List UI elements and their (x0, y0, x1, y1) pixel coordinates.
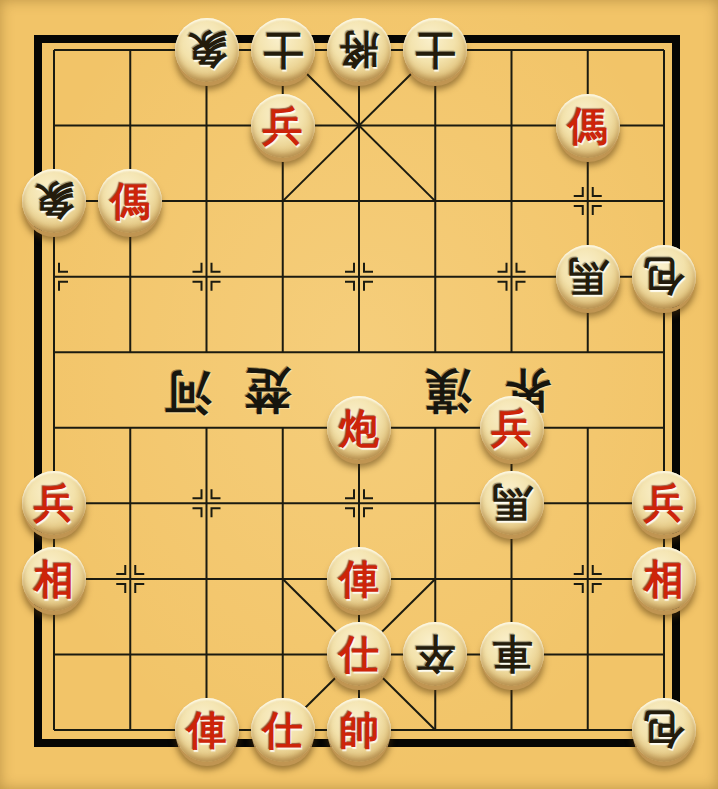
red-advisor-glyph: 仕 (263, 698, 303, 762)
river-label: 楚 (245, 360, 292, 423)
red-soldier-glyph: 兵 (34, 471, 74, 535)
black-advisor[interactable]: 士 (251, 18, 315, 82)
red-chariot-glyph: 俥 (339, 547, 379, 611)
red-soldier[interactable]: 兵 (22, 471, 86, 535)
black-elephant[interactable]: 象 (22, 169, 86, 233)
black-cannon-glyph: 包 (644, 245, 684, 309)
red-cannon[interactable]: 炮 (327, 396, 391, 460)
red-horse-glyph: 傌 (110, 169, 150, 233)
black-horse[interactable]: 馬 (556, 245, 620, 309)
red-general-glyph: 帥 (339, 698, 379, 762)
black-cannon[interactable]: 包 (632, 698, 696, 762)
red-soldier-glyph: 兵 (492, 396, 532, 460)
black-advisor[interactable]: 士 (403, 18, 467, 82)
red-elephant-glyph: 相 (34, 547, 74, 611)
red-soldier[interactable]: 兵 (251, 94, 315, 158)
red-horse-glyph: 傌 (568, 94, 608, 158)
black-elephant[interactable]: 象 (175, 18, 239, 82)
black-advisor-glyph: 士 (263, 18, 303, 82)
red-soldier-glyph: 兵 (263, 94, 303, 158)
black-advisor-glyph: 士 (415, 18, 455, 82)
red-advisor[interactable]: 仕 (251, 698, 315, 762)
red-chariot-glyph: 俥 (187, 698, 227, 762)
red-advisor-glyph: 仕 (339, 622, 379, 686)
xiangqi-board[interactable]: 河楚漢界 象士將士兵傌象傌馬包炮兵兵馬兵相俥相仕卒車俥仕帥包 (0, 0, 718, 789)
red-soldier-glyph: 兵 (644, 471, 684, 535)
red-horse[interactable]: 傌 (556, 94, 620, 158)
black-horse-glyph: 馬 (568, 245, 608, 309)
red-cannon-glyph: 炮 (339, 396, 379, 460)
black-chariot-glyph: 車 (492, 622, 532, 686)
red-advisor[interactable]: 仕 (327, 622, 391, 686)
red-elephant[interactable]: 相 (632, 547, 696, 611)
black-elephant-glyph: 象 (34, 169, 74, 233)
red-chariot[interactable]: 俥 (327, 547, 391, 611)
red-elephant[interactable]: 相 (22, 547, 86, 611)
black-horse[interactable]: 馬 (480, 471, 544, 535)
black-general[interactable]: 將 (327, 18, 391, 82)
black-cannon-glyph: 包 (644, 698, 684, 762)
red-soldier[interactable]: 兵 (480, 396, 544, 460)
red-horse[interactable]: 傌 (98, 169, 162, 233)
black-chariot[interactable]: 車 (480, 622, 544, 686)
black-soldier-glyph: 卒 (415, 622, 455, 686)
black-elephant-glyph: 象 (187, 18, 227, 82)
red-elephant-glyph: 相 (644, 547, 684, 611)
red-general[interactable]: 帥 (327, 698, 391, 762)
river-label: 河 (165, 361, 212, 424)
red-chariot[interactable]: 俥 (175, 698, 239, 762)
red-soldier[interactable]: 兵 (632, 471, 696, 535)
river-label: 漢 (425, 360, 472, 423)
black-general-glyph: 將 (339, 18, 379, 82)
black-horse-glyph: 馬 (492, 471, 532, 535)
black-cannon[interactable]: 包 (632, 245, 696, 309)
